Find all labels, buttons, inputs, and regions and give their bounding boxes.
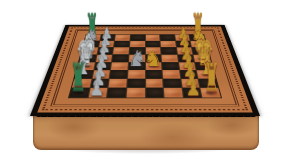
square-c4[interactable] bbox=[128, 70, 145, 78]
square-a3[interactable] bbox=[107, 88, 126, 97]
tooled-leather-border: ♜♟♟♜♞♟♟♞♝♟♟♝♚♟♟♚♛♟♞♞♟♛♝♟♟♝♟♟♜♟♟♜ bbox=[37, 26, 252, 112]
piece-wR-a1[interactable]: ♜ bbox=[70, 61, 86, 98]
square-f6[interactable] bbox=[161, 48, 177, 55]
square-a4[interactable] bbox=[126, 88, 144, 97]
board-lid-top: ♜♟♟♜♞♟♟♞♝♟♟♝♚♟♟♚♛♟♞♞♟♛♝♟♟♝♟♟♜♟♟♜ bbox=[30, 25, 260, 116]
chess-board: ♜♟♟♜♞♟♟♞♝♟♟♝♚♟♟♚♛♟♞♞♟♛♝♟♟♝♟♟♜♟♟♜ bbox=[30, 25, 260, 116]
square-c5[interactable] bbox=[146, 70, 163, 78]
square-h3[interactable] bbox=[115, 35, 130, 41]
chess-set-photo: ♜♟♟♜♞♟♟♞♝♟♟♝♚♟♟♚♛♟♞♞♟♛♝♟♟♝♟♟♜♟♟♜ bbox=[0, 0, 290, 165]
square-b5[interactable] bbox=[146, 79, 163, 88]
square-d3[interactable] bbox=[111, 62, 128, 70]
board-grid: ♜♟♟♜♞♟♟♞♝♟♟♝♚♟♟♚♛♟♞♞♟♛♝♟♟♝♟♟♜♟♟♜ bbox=[68, 34, 222, 98]
square-a7[interactable]: ♟ bbox=[182, 88, 201, 97]
piece-bP-a7[interactable]: ♟ bbox=[185, 80, 200, 98]
square-d5[interactable]: ♞ bbox=[146, 62, 162, 70]
square-c3[interactable] bbox=[110, 70, 127, 78]
square-a2[interactable]: ♟ bbox=[88, 88, 107, 97]
square-c6[interactable] bbox=[163, 70, 180, 78]
piece-bR-a8[interactable]: ♜ bbox=[204, 61, 220, 98]
square-b3[interactable] bbox=[109, 79, 127, 88]
piece-bN-d5[interactable]: ♞ bbox=[144, 50, 163, 71]
square-e3[interactable] bbox=[112, 55, 128, 62]
square-b6[interactable] bbox=[163, 79, 181, 88]
square-d6[interactable] bbox=[162, 62, 179, 70]
square-d4[interactable]: ♞ bbox=[128, 62, 144, 70]
square-e6[interactable] bbox=[162, 55, 178, 62]
square-h5[interactable] bbox=[145, 35, 159, 41]
square-a6[interactable] bbox=[164, 88, 183, 97]
square-a5[interactable] bbox=[146, 88, 164, 97]
scene-3d: ♜♟♟♜♞♟♟♞♝♟♟♝♚♟♟♚♛♟♞♞♟♛♝♟♟♝♟♟♜♟♟♜ bbox=[0, 0, 290, 165]
square-a1[interactable]: ♜ bbox=[69, 88, 89, 97]
square-h4[interactable] bbox=[130, 35, 144, 41]
square-h6[interactable] bbox=[160, 35, 175, 41]
square-a8[interactable]: ♜ bbox=[201, 88, 221, 97]
piece-wP-a2[interactable]: ♟ bbox=[89, 80, 104, 98]
square-b4[interactable] bbox=[127, 79, 144, 88]
